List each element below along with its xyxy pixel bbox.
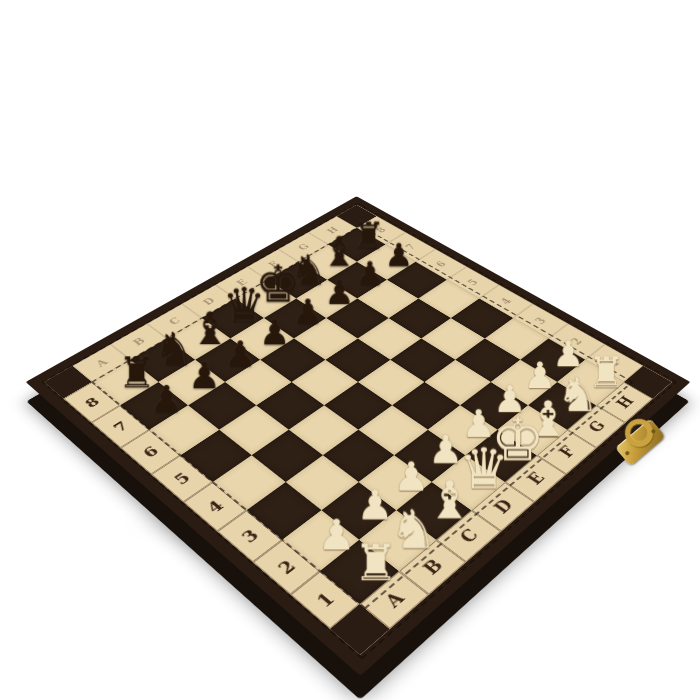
piece-white-rook[interactable]: ♜ xyxy=(348,538,404,588)
product-photo: ABCDEFGH8♜♞♝♛♚♞♝♜87♟♟♟♟♟♟♟♟7665544332♟♟♟… xyxy=(0,0,700,700)
chess-board-grid: ABCDEFGH8♜♞♝♛♚♞♝♜87♟♟♟♟♟♟♟♟7665544332♟♟♟… xyxy=(44,205,672,655)
perspective-wrapper: ABCDEFGH8♜♞♝♛♚♞♝♜87♟♟♟♟♟♟♟♟7665544332♟♟♟… xyxy=(0,0,700,700)
board-top-face: ABCDEFGH8♜♞♝♛♚♞♝♜87♟♟♟♟♟♟♟♟7665544332♟♟♟… xyxy=(26,196,691,675)
chess-board-3d: ABCDEFGH8♜♞♝♛♚♞♝♜87♟♟♟♟♟♟♟♟7665544332♟♟♟… xyxy=(26,196,691,675)
piece-black-pawn[interactable]: ♟ xyxy=(142,381,191,418)
